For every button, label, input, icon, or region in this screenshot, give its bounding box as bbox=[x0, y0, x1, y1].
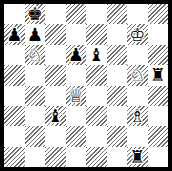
chess-diagram: ♚♟♟♔♘♟♝♘♜♕♝♗♜ bbox=[0, 0, 172, 171]
square-c2[interactable] bbox=[45, 126, 66, 146]
square-g6[interactable] bbox=[127, 45, 148, 65]
square-f3[interactable] bbox=[107, 106, 128, 126]
square-f1[interactable] bbox=[107, 147, 128, 167]
square-h6[interactable] bbox=[148, 45, 169, 65]
square-d4[interactable]: ♕ bbox=[66, 86, 87, 106]
square-e8[interactable] bbox=[86, 4, 107, 24]
square-c1[interactable] bbox=[45, 147, 66, 167]
piece-black-rook[interactable]: ♜ bbox=[150, 66, 166, 84]
square-h1[interactable] bbox=[148, 147, 169, 167]
square-b7[interactable]: ♟ bbox=[25, 24, 46, 44]
square-b5[interactable] bbox=[25, 65, 46, 85]
piece-white-knight[interactable]: ♘ bbox=[129, 66, 145, 84]
square-e2[interactable] bbox=[86, 126, 107, 146]
square-d7[interactable] bbox=[66, 24, 87, 44]
square-d3[interactable] bbox=[66, 106, 87, 126]
square-c3[interactable]: ♝ bbox=[45, 106, 66, 126]
piece-black-king[interactable]: ♚ bbox=[27, 5, 43, 23]
square-b8[interactable]: ♚ bbox=[25, 4, 46, 24]
piece-black-rook[interactable]: ♜ bbox=[129, 148, 145, 166]
square-e5[interactable] bbox=[86, 65, 107, 85]
square-b4[interactable] bbox=[25, 86, 46, 106]
square-f5[interactable] bbox=[107, 65, 128, 85]
square-b2[interactable] bbox=[25, 126, 46, 146]
square-a6[interactable] bbox=[4, 45, 25, 65]
square-f7[interactable] bbox=[107, 24, 128, 44]
square-b3[interactable] bbox=[25, 106, 46, 126]
piece-black-pawn[interactable]: ♟ bbox=[68, 46, 84, 64]
square-d1[interactable] bbox=[66, 147, 87, 167]
square-e6[interactable]: ♝ bbox=[86, 45, 107, 65]
square-a3[interactable] bbox=[4, 106, 25, 126]
piece-white-king[interactable]: ♔ bbox=[129, 26, 145, 44]
piece-black-pawn[interactable]: ♟ bbox=[27, 26, 43, 44]
square-e1[interactable] bbox=[86, 147, 107, 167]
square-g8[interactable] bbox=[127, 4, 148, 24]
square-d2[interactable] bbox=[66, 126, 87, 146]
piece-black-bishop[interactable]: ♝ bbox=[88, 46, 104, 64]
square-c5[interactable] bbox=[45, 65, 66, 85]
square-h8[interactable] bbox=[148, 4, 169, 24]
square-h2[interactable] bbox=[148, 126, 169, 146]
square-g3[interactable]: ♗ bbox=[127, 106, 148, 126]
square-c8[interactable] bbox=[45, 4, 66, 24]
piece-black-pawn[interactable]: ♟ bbox=[6, 26, 22, 44]
square-a8[interactable] bbox=[4, 4, 25, 24]
square-g1[interactable]: ♜ bbox=[127, 147, 148, 167]
square-f8[interactable] bbox=[107, 4, 128, 24]
square-g7[interactable]: ♔ bbox=[127, 24, 148, 44]
square-f4[interactable] bbox=[107, 86, 128, 106]
piece-white-knight[interactable]: ♘ bbox=[27, 46, 43, 64]
chess-board: ♚♟♟♔♘♟♝♘♜♕♝♗♜ bbox=[4, 4, 168, 167]
square-e4[interactable] bbox=[86, 86, 107, 106]
piece-white-queen[interactable]: ♕ bbox=[68, 87, 84, 105]
square-h7[interactable] bbox=[148, 24, 169, 44]
square-a7[interactable]: ♟ bbox=[4, 24, 25, 44]
square-g4[interactable] bbox=[127, 86, 148, 106]
square-f2[interactable] bbox=[107, 126, 128, 146]
square-a2[interactable] bbox=[4, 126, 25, 146]
square-h3[interactable] bbox=[148, 106, 169, 126]
square-g2[interactable] bbox=[127, 126, 148, 146]
square-a4[interactable] bbox=[4, 86, 25, 106]
square-a1[interactable] bbox=[4, 147, 25, 167]
piece-black-bishop[interactable]: ♝ bbox=[47, 107, 63, 125]
square-e3[interactable] bbox=[86, 106, 107, 126]
square-b6[interactable]: ♘ bbox=[25, 45, 46, 65]
square-d5[interactable] bbox=[66, 65, 87, 85]
square-c4[interactable] bbox=[45, 86, 66, 106]
square-h4[interactable] bbox=[148, 86, 169, 106]
square-d8[interactable] bbox=[66, 4, 87, 24]
piece-white-bishop[interactable]: ♗ bbox=[129, 107, 145, 125]
square-c6[interactable] bbox=[45, 45, 66, 65]
square-f6[interactable] bbox=[107, 45, 128, 65]
square-h5[interactable]: ♜ bbox=[148, 65, 169, 85]
square-a5[interactable] bbox=[4, 65, 25, 85]
square-d6[interactable]: ♟ bbox=[66, 45, 87, 65]
square-e7[interactable] bbox=[86, 24, 107, 44]
square-c7[interactable] bbox=[45, 24, 66, 44]
square-b1[interactable] bbox=[25, 147, 46, 167]
square-g5[interactable]: ♘ bbox=[127, 65, 148, 85]
